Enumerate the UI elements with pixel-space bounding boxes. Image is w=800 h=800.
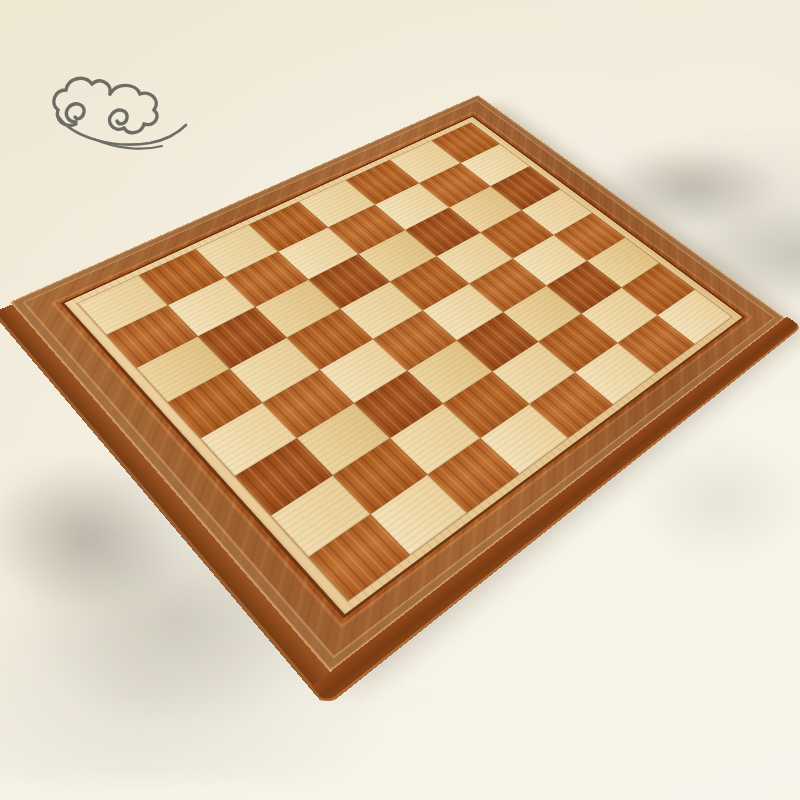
cloud-motif-icon xyxy=(42,60,200,160)
product-photo-stage xyxy=(0,0,800,800)
chess-board[interactable] xyxy=(10,95,785,672)
board-inner-seam xyxy=(60,115,745,618)
maple-inlay-border xyxy=(64,117,742,614)
